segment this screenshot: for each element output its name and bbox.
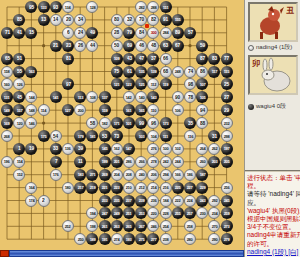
- white-stone-298: 298: [221, 130, 233, 142]
- status-line-0: 进行状态：单击 '申请': [247, 174, 299, 182]
- black-stone-219: 219: [86, 182, 98, 194]
- black-stone-39: 39: [74, 143, 86, 155]
- black-stone-115: 115: [221, 66, 233, 78]
- black-stone-145: 145: [99, 143, 111, 155]
- white-stone-260: 260: [196, 156, 208, 168]
- white-stone-46: 46: [135, 40, 147, 52]
- black-stone-75: 75: [111, 66, 123, 78]
- white-stone-152: 152: [13, 169, 25, 181]
- white-stone-210: 210: [123, 182, 135, 194]
- white-stone-158: 158: [1, 66, 13, 78]
- white-stone-176: 176: [50, 169, 62, 181]
- status-line-3: 应。: [247, 199, 299, 207]
- black-stone-29: 29: [221, 104, 233, 116]
- black-stone-61: 61: [123, 66, 135, 78]
- white-stone-196: 196: [1, 156, 13, 168]
- white-stone-208: 208: [123, 169, 135, 181]
- black-stone-25: 25: [221, 78, 233, 90]
- status-line-5: 根据中国规则黑贴3又: [247, 215, 299, 223]
- black-stone-259: 259: [221, 207, 233, 219]
- black-player-avatar[interactable]: 卯: [248, 55, 298, 95]
- black-stone-225: 225: [172, 182, 184, 194]
- black-stone-119: 119: [160, 78, 172, 90]
- white-player-name[interactable]: nading4 (1段): [248, 43, 300, 52]
- black-stone-69: 69: [123, 40, 135, 52]
- status-line-7: nading4申请重新开始: [247, 231, 299, 239]
- black-stone-81: 81: [62, 53, 74, 65]
- black-stone-201: 201: [111, 156, 123, 168]
- white-stone-236: 236: [147, 195, 159, 207]
- white-stone-284: 284: [160, 27, 172, 39]
- black-stone-67: 67: [172, 40, 184, 52]
- black-stone-65: 65: [1, 53, 13, 65]
- status-line-4: 'wagiu4' 执黑(0段)。: [247, 207, 299, 215]
- black-stone-91: 91: [160, 14, 172, 26]
- go-client-window: 9513393134128282288151851314203480327082…: [0, 0, 300, 257]
- white-stone-100: 100: [160, 143, 172, 155]
- black-stone-1: 1: [13, 143, 25, 155]
- black-stone-117: 117: [208, 66, 220, 78]
- black-stone-27: 27: [221, 91, 233, 103]
- white-stone-114: 114: [38, 104, 50, 116]
- black-stone-217: 217: [74, 182, 86, 194]
- status-line-1: 程。: [247, 182, 299, 190]
- black-stone-71: 71: [1, 27, 13, 39]
- white-stone-268: 268: [1, 130, 13, 142]
- black-stone-155: 155: [172, 14, 184, 26]
- black-stone-13: 13: [38, 14, 50, 26]
- white-stone-74: 74: [184, 66, 196, 78]
- black-stone-227: 227: [184, 182, 196, 194]
- black-stone-271: 271: [86, 169, 98, 181]
- white-stone-90: 90: [172, 91, 184, 103]
- black-stone-57: 57: [184, 27, 196, 39]
- black-stone-223: 223: [111, 182, 123, 194]
- white-stone-274: 274: [111, 233, 123, 245]
- white-stone-266: 266: [135, 156, 147, 168]
- black-stone-139: 139: [147, 66, 159, 78]
- white-stone-186: 186: [184, 169, 196, 181]
- black-stone-43: 43: [123, 53, 135, 65]
- black-stone-243: 243: [196, 195, 208, 207]
- white-stone-174: 174: [25, 195, 37, 207]
- black-stone-135: 135: [135, 66, 147, 78]
- black-stone-7: 7: [50, 156, 62, 168]
- white-stone-50: 50: [111, 40, 123, 52]
- black-stone-171: 171: [111, 117, 123, 129]
- black-stone-163: 163: [25, 66, 37, 78]
- progress-start-marker[interactable]: [0, 250, 9, 257]
- black-stone-169: 169: [1, 117, 13, 129]
- black-stone-73: 73: [111, 130, 123, 142]
- black-stone-191: 191: [99, 233, 111, 245]
- white-stone-240: 240: [135, 169, 147, 181]
- white-stone-232: 232: [221, 117, 233, 129]
- white-stone-242: 242: [160, 156, 172, 168]
- black-stone-101: 101: [123, 117, 135, 129]
- white-stone-54: 54: [50, 130, 62, 142]
- black-stone-197: 197: [221, 143, 233, 155]
- black-stone-63: 63: [160, 40, 172, 52]
- black-stone-53: 53: [99, 130, 111, 142]
- white-stone-66: 66: [160, 53, 172, 65]
- white-stone-102: 102: [172, 143, 184, 155]
- black-stone-89: 89: [172, 27, 184, 39]
- black-stone-85: 85: [13, 14, 25, 26]
- kifu-progress-bar[interactable]: [0, 250, 244, 257]
- progress-track[interactable]: [9, 250, 244, 257]
- last-move-marker: [145, 24, 149, 28]
- white-stone-136: 136: [62, 143, 74, 155]
- white-stone-182: 182: [99, 117, 111, 129]
- black-player-name[interactable]: wagiu4 0段: [248, 102, 300, 111]
- white-stone-184: 184: [160, 195, 172, 207]
- black-stone-79: 79: [123, 27, 135, 39]
- white-stone-80: 80: [111, 14, 123, 26]
- white-stone-34: 34: [74, 14, 86, 26]
- white-stone-32: 32: [123, 14, 135, 26]
- status-line-6: 3/4子不变位置。: [247, 223, 299, 231]
- black-stone-87: 87: [196, 53, 208, 65]
- white-stone-20: 20: [62, 14, 74, 26]
- black-stone-23: 23: [62, 40, 74, 52]
- black-stone-35: 35: [184, 117, 196, 129]
- white-stone-244: 244: [172, 156, 184, 168]
- white-stone-206: 206: [147, 169, 159, 181]
- white-player-avatar[interactable]: 丑: [248, 2, 298, 42]
- go-board[interactable]: 9513393134128282288151851314203480327082…: [0, 0, 244, 250]
- black-stone-199: 199: [99, 156, 111, 168]
- black-stone-137: 137: [99, 91, 111, 103]
- black-stone-133: 133: [38, 1, 50, 13]
- white-stone-48: 48: [147, 40, 159, 52]
- status-line-8: 的许可。: [247, 240, 299, 248]
- black-stone-229: 229: [196, 182, 208, 194]
- white-stone-286: 286: [123, 156, 135, 168]
- black-stone-109: 109: [111, 53, 123, 65]
- black-stone-141: 141: [50, 91, 62, 103]
- white-stone-222: 222: [172, 195, 184, 207]
- white-stone-106: 106: [172, 104, 184, 116]
- white-stone-2: 2: [38, 195, 50, 207]
- zodiac-ox-label: 丑: [286, 5, 294, 16]
- black-stone-33: 33: [50, 143, 62, 155]
- white-stone-264: 264: [196, 143, 208, 155]
- black-stone-41: 41: [13, 27, 25, 39]
- black-stone-183: 183: [74, 169, 86, 181]
- black-stone-47: 47: [135, 53, 147, 65]
- white-stone-204: 204: [111, 169, 123, 181]
- white-stone-14: 14: [50, 14, 62, 26]
- black-stone-239: 239: [135, 195, 147, 207]
- game-status-panel: 进行状态：单击 '申请'程。请等待 'nading4' 回应。'wagiu4' …: [245, 170, 300, 257]
- black-stone-187: 187: [196, 169, 208, 181]
- white-stone-162: 162: [111, 143, 123, 155]
- white-stone-164: 164: [25, 182, 37, 194]
- black-stone-221: 221: [99, 182, 111, 194]
- white-stone-216: 216: [160, 182, 172, 194]
- white-stone-224: 224: [184, 195, 196, 207]
- white-stone-228: 228: [160, 207, 172, 219]
- black-stone-83: 83: [208, 53, 220, 65]
- white-stone-212: 212: [135, 182, 147, 194]
- black-stone-151: 151: [160, 1, 172, 13]
- white-stone-248: 248: [172, 66, 184, 78]
- white-stone-6: 6: [62, 27, 74, 39]
- black-stone-37: 37: [147, 53, 159, 65]
- white-stone-86: 86: [196, 66, 208, 78]
- player-info-link[interactable]: nading4 (1段) [白]: [247, 248, 299, 256]
- white-stone-256: 256: [221, 182, 233, 194]
- white-stone-292: 292: [208, 195, 220, 207]
- white-stone-214: 214: [147, 182, 159, 194]
- white-stone-154: 154: [13, 156, 25, 168]
- black-stone-235: 235: [111, 195, 123, 207]
- status-line-2: 请等待 'nading4' 回: [247, 190, 299, 198]
- black-stone-261: 261: [99, 220, 111, 232]
- black-stone-111: 111: [160, 130, 172, 142]
- white-stone-84: 84: [135, 27, 147, 39]
- white-stone-238: 238: [160, 233, 172, 245]
- black-stone-59: 59: [196, 40, 208, 52]
- black-stone-173: 173: [160, 117, 172, 129]
- black-stone-21: 21: [50, 40, 62, 52]
- black-stone-263: 263: [111, 220, 123, 232]
- black-stone-237: 237: [123, 195, 135, 207]
- black-stone-273: 273: [221, 220, 233, 232]
- black-stone-147: 147: [123, 143, 135, 155]
- white-stone-294: 294: [160, 169, 172, 181]
- white-stone-68: 68: [160, 66, 172, 78]
- black-stone-159: 159: [99, 104, 111, 116]
- black-stone-175: 175: [38, 130, 50, 142]
- white-stone-166: 166: [172, 169, 184, 181]
- black-stone-279: 279: [221, 233, 233, 245]
- black-stone-51: 51: [13, 53, 25, 65]
- black-stone-269: 269: [99, 169, 111, 181]
- white-stone-26: 26: [74, 40, 86, 52]
- black-stone-55: 55: [13, 66, 25, 78]
- white-stone-28: 28: [111, 27, 123, 39]
- white-stone-116: 116: [184, 130, 196, 142]
- black-stone-77: 77: [221, 53, 233, 65]
- white-stone-134: 134: [62, 1, 74, 13]
- black-stone-93: 93: [50, 1, 62, 13]
- black-stone-205: 205: [221, 156, 233, 168]
- white-stone-180: 180: [62, 182, 74, 194]
- black-stone-233: 233: [99, 195, 111, 207]
- white-stone-44: 44: [86, 40, 98, 52]
- zodiac-rabbit-label: 卯: [252, 58, 260, 69]
- black-stone-icon: [248, 104, 254, 110]
- white-stone-24: 24: [74, 27, 86, 39]
- black-stone-245: 245: [221, 195, 233, 207]
- white-stone-icon: [248, 45, 254, 51]
- black-stone-247: 247: [99, 207, 111, 219]
- black-stone-11: 11: [74, 156, 86, 168]
- white-stone-254: 254: [160, 220, 172, 232]
